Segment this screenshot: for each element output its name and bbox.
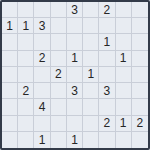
cell-r4c1[interactable] [18,67,34,83]
cell-r8c3[interactable] [51,132,67,148]
cell-r4c4[interactable] [67,67,83,83]
cell-r0c0[interactable] [2,2,18,18]
cell-r3c6[interactable] [99,51,115,67]
cell-r8c6[interactable] [99,132,115,148]
cell-r1c4[interactable] [67,18,83,34]
clue-cell-r8c4: 1 [67,132,83,148]
cell-r2c2[interactable] [34,34,50,50]
cell-r4c6[interactable] [99,67,115,83]
cell-r8c8[interactable] [132,132,148,148]
cell-r0c7[interactable] [116,2,132,18]
minesweeper-board: 32113121121233421211 [0,0,150,150]
cell-r1c6[interactable] [99,18,115,34]
clue-cell-r3c7: 1 [116,51,132,67]
cell-r7c4[interactable] [67,116,83,132]
cell-r2c0[interactable] [2,34,18,50]
cell-r2c4[interactable] [67,34,83,50]
clue-cell-r5c6: 3 [99,83,115,99]
cell-r5c3[interactable] [51,83,67,99]
cell-r2c5[interactable] [83,34,99,50]
cell-r5c2[interactable] [34,83,50,99]
cell-r1c7[interactable] [116,18,132,34]
cell-r6c5[interactable] [83,99,99,115]
cell-r2c1[interactable] [18,34,34,50]
clue-cell-r8c2: 1 [34,132,50,148]
clue-cell-r7c7: 1 [116,116,132,132]
cell-r7c1[interactable] [18,116,34,132]
clue-cell-r7c8: 2 [132,116,148,132]
cell-r3c1[interactable] [18,51,34,67]
cell-r2c7[interactable] [116,34,132,50]
cell-r7c0[interactable] [2,116,18,132]
cell-r1c3[interactable] [51,18,67,34]
cell-r7c3[interactable] [51,116,67,132]
cell-r2c3[interactable] [51,34,67,50]
cell-r6c7[interactable] [116,99,132,115]
cell-r8c1[interactable] [18,132,34,148]
cell-r3c3[interactable] [51,51,67,67]
cell-r0c1[interactable] [18,2,34,18]
clue-cell-r4c5: 1 [83,67,99,83]
cell-r6c3[interactable] [51,99,67,115]
cell-r3c0[interactable] [2,51,18,67]
clue-cell-r2c6: 1 [99,34,115,50]
cell-r8c5[interactable] [83,132,99,148]
clue-cell-r6c2: 4 [34,99,50,115]
cell-r4c0[interactable] [2,67,18,83]
cell-r3c5[interactable] [83,51,99,67]
clue-cell-r0c4: 3 [67,2,83,18]
cell-r5c0[interactable] [2,83,18,99]
cell-r4c2[interactable] [34,67,50,83]
clue-cell-r1c1: 1 [18,18,34,34]
cell-r4c7[interactable] [116,67,132,83]
clue-cell-r5c4: 3 [67,83,83,99]
cell-r6c6[interactable] [99,99,115,115]
cell-r7c2[interactable] [34,116,50,132]
cell-r4c8[interactable] [132,67,148,83]
cell-r0c3[interactable] [51,2,67,18]
clue-cell-r5c1: 2 [18,83,34,99]
clue-cell-r1c0: 1 [2,18,18,34]
clue-cell-r4c3: 2 [51,67,67,83]
cell-r0c8[interactable] [132,2,148,18]
cell-r2c8[interactable] [132,34,148,50]
clue-cell-r1c2: 3 [34,18,50,34]
clue-cell-r7c6: 2 [99,116,115,132]
cell-r6c8[interactable] [132,99,148,115]
clue-cell-r3c4: 1 [67,51,83,67]
cell-r3c8[interactable] [132,51,148,67]
cell-r8c7[interactable] [116,132,132,148]
cell-r6c4[interactable] [67,99,83,115]
cell-r5c5[interactable] [83,83,99,99]
cell-r7c5[interactable] [83,116,99,132]
cell-r1c5[interactable] [83,18,99,34]
cell-r6c0[interactable] [2,99,18,115]
cell-r8c0[interactable] [2,132,18,148]
cell-r6c1[interactable] [18,99,34,115]
cell-r0c5[interactable] [83,2,99,18]
cell-r5c8[interactable] [132,83,148,99]
cell-r1c8[interactable] [132,18,148,34]
clue-cell-r3c2: 2 [34,51,50,67]
cell-r0c2[interactable] [34,2,50,18]
cell-r5c7[interactable] [116,83,132,99]
clue-cell-r0c6: 2 [99,2,115,18]
